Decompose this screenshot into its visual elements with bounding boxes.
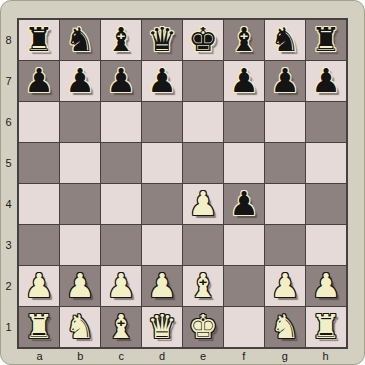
file-label-b: b — [60, 349, 101, 363]
piece-white-knight[interactable]: ♞ — [270, 307, 300, 347]
piece-black-pawn[interactable]: ♟ — [311, 61, 341, 101]
file-label-e: e — [183, 349, 224, 363]
file-label-h: h — [305, 349, 346, 363]
square-h4[interactable] — [306, 184, 346, 224]
piece-white-king[interactable]: ♚ — [188, 307, 218, 347]
piece-black-knight[interactable]: ♞ — [65, 20, 95, 60]
piece-white-rook[interactable]: ♜ — [311, 307, 341, 347]
square-f7[interactable]: ♟ — [224, 61, 264, 101]
file-label-f: f — [223, 349, 264, 363]
rank-label-4: 4 — [0, 184, 17, 225]
piece-black-bishop[interactable]: ♝ — [106, 20, 136, 60]
piece-white-pawn[interactable]: ♟ — [270, 266, 300, 306]
piece-white-rook[interactable]: ♜ — [24, 307, 54, 347]
square-h1[interactable]: ♜ — [306, 307, 346, 347]
file-label-d: d — [142, 349, 183, 363]
rank-label-7: 7 — [0, 61, 17, 102]
square-b1[interactable]: ♞ — [60, 307, 100, 347]
square-a1[interactable]: ♜ — [19, 307, 59, 347]
square-e6[interactable] — [183, 102, 223, 142]
square-c7[interactable]: ♟ — [101, 61, 141, 101]
square-g6[interactable] — [265, 102, 305, 142]
file-label-g: g — [264, 349, 305, 363]
square-f1[interactable] — [224, 307, 264, 347]
square-h7[interactable]: ♟ — [306, 61, 346, 101]
square-a6[interactable] — [19, 102, 59, 142]
square-h6[interactable] — [306, 102, 346, 142]
square-c2[interactable]: ♟ — [101, 266, 141, 306]
square-g5[interactable] — [265, 143, 305, 183]
square-a8[interactable]: ♜ — [19, 20, 59, 60]
rank-label-1: 1 — [0, 306, 17, 347]
square-a7[interactable]: ♟ — [19, 61, 59, 101]
square-h8[interactable]: ♜ — [306, 20, 346, 60]
square-a2[interactable]: ♟ — [19, 266, 59, 306]
square-e3[interactable] — [183, 225, 223, 265]
piece-white-pawn[interactable]: ♟ — [65, 266, 95, 306]
piece-black-king[interactable]: ♚ — [188, 20, 218, 60]
square-f5[interactable] — [224, 143, 264, 183]
square-g3[interactable] — [265, 225, 305, 265]
square-b6[interactable] — [60, 102, 100, 142]
chess-board[interactable]: ♜♞♝♛♚♝♞♜♟♟♟♟♟♟♟♟♟♟♟♟♟♝♟♟♜♞♝♛♚♞♜ — [17, 18, 348, 349]
square-d8[interactable]: ♛ — [142, 20, 182, 60]
piece-black-pawn[interactable]: ♟ — [106, 61, 136, 101]
piece-white-pawn[interactable]: ♟ — [188, 184, 218, 224]
piece-black-queen[interactable]: ♛ — [147, 20, 177, 60]
square-e1[interactable]: ♚ — [183, 307, 223, 347]
square-g8[interactable]: ♞ — [265, 20, 305, 60]
piece-white-pawn[interactable]: ♟ — [311, 266, 341, 306]
rank-label-8: 8 — [0, 20, 17, 61]
piece-white-bishop[interactable]: ♝ — [106, 307, 136, 347]
square-d7[interactable]: ♟ — [142, 61, 182, 101]
piece-black-pawn[interactable]: ♟ — [65, 61, 95, 101]
square-g4[interactable] — [265, 184, 305, 224]
file-label-a: a — [19, 349, 60, 363]
square-d6[interactable] — [142, 102, 182, 142]
square-g2[interactable]: ♟ — [265, 266, 305, 306]
piece-white-knight[interactable]: ♞ — [65, 307, 95, 347]
piece-white-pawn[interactable]: ♟ — [106, 266, 136, 306]
square-h5[interactable] — [306, 143, 346, 183]
piece-white-queen[interactable]: ♛ — [147, 307, 177, 347]
square-g7[interactable]: ♟ — [265, 61, 305, 101]
square-a5[interactable] — [19, 143, 59, 183]
square-d2[interactable]: ♟ — [142, 266, 182, 306]
square-c3[interactable] — [101, 225, 141, 265]
square-e7[interactable] — [183, 61, 223, 101]
square-c5[interactable] — [101, 143, 141, 183]
square-b4[interactable] — [60, 184, 100, 224]
square-f6[interactable] — [224, 102, 264, 142]
file-label-c: c — [101, 349, 142, 363]
rank-label-5: 5 — [0, 143, 17, 184]
file-labels: abcdefgh — [19, 349, 346, 363]
square-c1[interactable]: ♝ — [101, 307, 141, 347]
rank-labels: 87654321 — [0, 20, 17, 347]
square-f4[interactable]: ♟ — [224, 184, 264, 224]
square-a4[interactable] — [19, 184, 59, 224]
square-e8[interactable]: ♚ — [183, 20, 223, 60]
square-b2[interactable]: ♟ — [60, 266, 100, 306]
square-f8[interactable]: ♝ — [224, 20, 264, 60]
square-h3[interactable] — [306, 225, 346, 265]
piece-black-knight[interactable]: ♞ — [270, 20, 300, 60]
square-b5[interactable] — [60, 143, 100, 183]
square-g1[interactable]: ♞ — [265, 307, 305, 347]
square-c6[interactable] — [101, 102, 141, 142]
square-f2[interactable] — [224, 266, 264, 306]
square-b3[interactable] — [60, 225, 100, 265]
piece-black-pawn[interactable]: ♟ — [229, 184, 259, 224]
piece-black-bishop[interactable]: ♝ — [229, 20, 259, 60]
piece-black-pawn[interactable]: ♟ — [24, 61, 54, 101]
square-h2[interactable]: ♟ — [306, 266, 346, 306]
square-d4[interactable] — [142, 184, 182, 224]
square-b8[interactable]: ♞ — [60, 20, 100, 60]
square-f3[interactable] — [224, 225, 264, 265]
square-e2[interactable]: ♝ — [183, 266, 223, 306]
piece-black-pawn[interactable]: ♟ — [147, 61, 177, 101]
piece-black-rook[interactable]: ♜ — [311, 20, 341, 60]
square-d1[interactable]: ♛ — [142, 307, 182, 347]
rank-label-3: 3 — [0, 224, 17, 265]
square-b7[interactable]: ♟ — [60, 61, 100, 101]
piece-black-rook[interactable]: ♜ — [24, 20, 54, 60]
square-c8[interactable]: ♝ — [101, 20, 141, 60]
piece-white-bishop[interactable]: ♝ — [188, 266, 218, 306]
piece-white-pawn[interactable]: ♟ — [147, 266, 177, 306]
piece-black-pawn[interactable]: ♟ — [229, 61, 259, 101]
piece-white-pawn[interactable]: ♟ — [24, 266, 54, 306]
square-d5[interactable] — [142, 143, 182, 183]
square-a3[interactable] — [19, 225, 59, 265]
piece-black-pawn[interactable]: ♟ — [270, 61, 300, 101]
square-e4[interactable]: ♟ — [183, 184, 223, 224]
square-c4[interactable] — [101, 184, 141, 224]
rank-label-2: 2 — [0, 265, 17, 306]
rank-label-6: 6 — [0, 102, 17, 143]
square-d3[interactable] — [142, 225, 182, 265]
square-e5[interactable] — [183, 143, 223, 183]
